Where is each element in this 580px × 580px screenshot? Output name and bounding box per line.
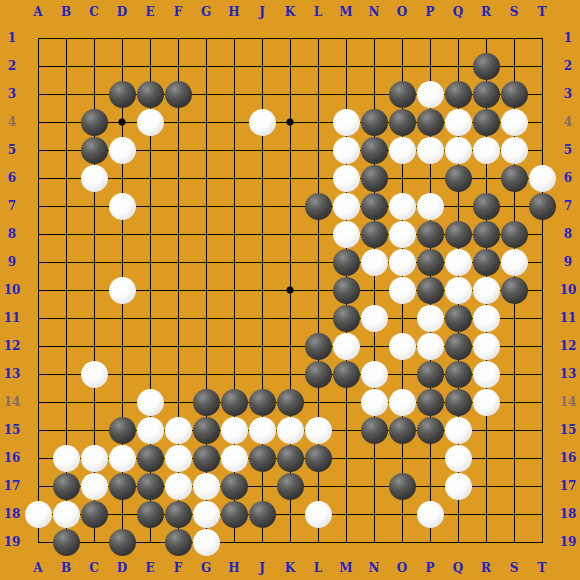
intersection-P10[interactable] — [416, 276, 444, 304]
intersection-L16[interactable] — [304, 444, 332, 472]
intersection-C14[interactable] — [80, 388, 108, 416]
intersection-P7[interactable] — [416, 192, 444, 220]
intersection-E8[interactable] — [136, 220, 164, 248]
intersection-E6[interactable] — [136, 164, 164, 192]
intersection-N1[interactable] — [360, 24, 388, 52]
intersection-O5[interactable] — [388, 136, 416, 164]
intersection-P17[interactable] — [416, 472, 444, 500]
intersection-K11[interactable] — [276, 304, 304, 332]
intersection-C10[interactable] — [80, 276, 108, 304]
intersection-S5[interactable] — [500, 136, 528, 164]
intersection-T19[interactable] — [528, 528, 556, 556]
intersection-N12[interactable] — [360, 332, 388, 360]
intersection-L18[interactable] — [304, 500, 332, 528]
intersection-F3[interactable] — [164, 80, 192, 108]
intersection-Q13[interactable] — [444, 360, 472, 388]
intersection-E17[interactable] — [136, 472, 164, 500]
intersection-E2[interactable] — [136, 52, 164, 80]
intersection-H11[interactable] — [220, 304, 248, 332]
intersection-F14[interactable] — [164, 388, 192, 416]
intersection-G17[interactable] — [192, 472, 220, 500]
intersection-T14[interactable] — [528, 388, 556, 416]
intersection-F1[interactable] — [164, 24, 192, 52]
intersection-B12[interactable] — [52, 332, 80, 360]
intersection-Q8[interactable] — [444, 220, 472, 248]
intersection-F15[interactable] — [164, 416, 192, 444]
intersection-F4[interactable] — [164, 108, 192, 136]
intersection-H19[interactable] — [220, 528, 248, 556]
intersection-R3[interactable] — [472, 80, 500, 108]
intersection-R6[interactable] — [472, 164, 500, 192]
intersection-A9[interactable] — [24, 248, 52, 276]
intersection-F18[interactable] — [164, 500, 192, 528]
intersection-M8[interactable] — [332, 220, 360, 248]
intersection-J19[interactable] — [248, 528, 276, 556]
intersection-B11[interactable] — [52, 304, 80, 332]
intersection-E5[interactable] — [136, 136, 164, 164]
intersection-K14[interactable] — [276, 388, 304, 416]
intersection-E16[interactable] — [136, 444, 164, 472]
intersection-A13[interactable] — [24, 360, 52, 388]
intersection-B15[interactable] — [52, 416, 80, 444]
intersection-M19[interactable] — [332, 528, 360, 556]
intersection-L15[interactable] — [304, 416, 332, 444]
intersection-N16[interactable] — [360, 444, 388, 472]
intersection-Q15[interactable] — [444, 416, 472, 444]
intersection-C16[interactable] — [80, 444, 108, 472]
intersection-E11[interactable] — [136, 304, 164, 332]
intersection-Q11[interactable] — [444, 304, 472, 332]
intersection-R17[interactable] — [472, 472, 500, 500]
intersection-P1[interactable] — [416, 24, 444, 52]
intersection-B19[interactable] — [52, 528, 80, 556]
intersection-M18[interactable] — [332, 500, 360, 528]
intersection-Q10[interactable] — [444, 276, 472, 304]
intersection-F17[interactable] — [164, 472, 192, 500]
intersection-O15[interactable] — [388, 416, 416, 444]
intersection-A6[interactable] — [24, 164, 52, 192]
intersection-E3[interactable] — [136, 80, 164, 108]
intersection-O16[interactable] — [388, 444, 416, 472]
intersection-K19[interactable] — [276, 528, 304, 556]
intersection-L6[interactable] — [304, 164, 332, 192]
intersection-O19[interactable] — [388, 528, 416, 556]
intersection-T18[interactable] — [528, 500, 556, 528]
intersection-O8[interactable] — [388, 220, 416, 248]
intersection-T11[interactable] — [528, 304, 556, 332]
intersection-S7[interactable] — [500, 192, 528, 220]
intersection-G13[interactable] — [192, 360, 220, 388]
intersection-C1[interactable] — [80, 24, 108, 52]
intersection-P4[interactable] — [416, 108, 444, 136]
intersection-N7[interactable] — [360, 192, 388, 220]
intersection-F16[interactable] — [164, 444, 192, 472]
intersection-H3[interactable] — [220, 80, 248, 108]
intersection-G7[interactable] — [192, 192, 220, 220]
intersection-H5[interactable] — [220, 136, 248, 164]
intersection-K5[interactable] — [276, 136, 304, 164]
intersection-A2[interactable] — [24, 52, 52, 80]
intersection-P19[interactable] — [416, 528, 444, 556]
intersection-A12[interactable] — [24, 332, 52, 360]
intersection-P11[interactable] — [416, 304, 444, 332]
intersection-P5[interactable] — [416, 136, 444, 164]
intersection-K16[interactable] — [276, 444, 304, 472]
intersection-C7[interactable] — [80, 192, 108, 220]
intersection-B18[interactable] — [52, 500, 80, 528]
intersection-M9[interactable] — [332, 248, 360, 276]
intersection-M1[interactable] — [332, 24, 360, 52]
intersection-M10[interactable] — [332, 276, 360, 304]
intersection-H13[interactable] — [220, 360, 248, 388]
intersection-D6[interactable] — [108, 164, 136, 192]
intersection-P15[interactable] — [416, 416, 444, 444]
intersection-B4[interactable] — [52, 108, 80, 136]
intersection-N3[interactable] — [360, 80, 388, 108]
intersection-R9[interactable] — [472, 248, 500, 276]
intersection-L19[interactable] — [304, 528, 332, 556]
intersection-J15[interactable] — [248, 416, 276, 444]
intersection-A14[interactable] — [24, 388, 52, 416]
intersection-K18[interactable] — [276, 500, 304, 528]
intersection-A10[interactable] — [24, 276, 52, 304]
intersection-O13[interactable] — [388, 360, 416, 388]
intersection-S12[interactable] — [500, 332, 528, 360]
intersection-T6[interactable] — [528, 164, 556, 192]
intersection-C4[interactable] — [80, 108, 108, 136]
intersection-A3[interactable] — [24, 80, 52, 108]
intersection-J9[interactable] — [248, 248, 276, 276]
intersection-J11[interactable] — [248, 304, 276, 332]
intersection-F9[interactable] — [164, 248, 192, 276]
intersection-E7[interactable] — [136, 192, 164, 220]
intersection-F5[interactable] — [164, 136, 192, 164]
intersection-R1[interactable] — [472, 24, 500, 52]
intersection-D18[interactable] — [108, 500, 136, 528]
intersection-O12[interactable] — [388, 332, 416, 360]
intersection-G6[interactable] — [192, 164, 220, 192]
intersection-H9[interactable] — [220, 248, 248, 276]
intersection-G8[interactable] — [192, 220, 220, 248]
intersection-N13[interactable] — [360, 360, 388, 388]
intersection-Q4[interactable] — [444, 108, 472, 136]
intersection-S19[interactable] — [500, 528, 528, 556]
intersection-G16[interactable] — [192, 444, 220, 472]
intersection-J12[interactable] — [248, 332, 276, 360]
intersection-J3[interactable] — [248, 80, 276, 108]
intersection-O2[interactable] — [388, 52, 416, 80]
intersection-J13[interactable] — [248, 360, 276, 388]
intersection-K2[interactable] — [276, 52, 304, 80]
intersection-P2[interactable] — [416, 52, 444, 80]
intersection-H6[interactable] — [220, 164, 248, 192]
intersection-G5[interactable] — [192, 136, 220, 164]
intersection-C19[interactable] — [80, 528, 108, 556]
intersection-L8[interactable] — [304, 220, 332, 248]
intersection-J14[interactable] — [248, 388, 276, 416]
intersection-E1[interactable] — [136, 24, 164, 52]
intersection-G10[interactable] — [192, 276, 220, 304]
intersection-E14[interactable] — [136, 388, 164, 416]
intersection-H12[interactable] — [220, 332, 248, 360]
intersection-O4[interactable] — [388, 108, 416, 136]
intersection-F7[interactable] — [164, 192, 192, 220]
intersection-K8[interactable] — [276, 220, 304, 248]
intersection-D7[interactable] — [108, 192, 136, 220]
intersection-E12[interactable] — [136, 332, 164, 360]
intersection-M2[interactable] — [332, 52, 360, 80]
intersection-P9[interactable] — [416, 248, 444, 276]
intersection-C5[interactable] — [80, 136, 108, 164]
intersection-D17[interactable] — [108, 472, 136, 500]
intersection-J18[interactable] — [248, 500, 276, 528]
intersection-H14[interactable] — [220, 388, 248, 416]
intersection-A19[interactable] — [24, 528, 52, 556]
intersection-P18[interactable] — [416, 500, 444, 528]
intersection-C2[interactable] — [80, 52, 108, 80]
intersection-T12[interactable] — [528, 332, 556, 360]
intersection-T15[interactable] — [528, 416, 556, 444]
intersection-K6[interactable] — [276, 164, 304, 192]
intersection-A1[interactable] — [24, 24, 52, 52]
intersection-T9[interactable] — [528, 248, 556, 276]
intersection-M16[interactable] — [332, 444, 360, 472]
intersection-R18[interactable] — [472, 500, 500, 528]
intersection-F8[interactable] — [164, 220, 192, 248]
intersection-S18[interactable] — [500, 500, 528, 528]
intersection-F11[interactable] — [164, 304, 192, 332]
intersection-R14[interactable] — [472, 388, 500, 416]
intersection-M14[interactable] — [332, 388, 360, 416]
intersection-S16[interactable] — [500, 444, 528, 472]
intersection-G12[interactable] — [192, 332, 220, 360]
intersection-K13[interactable] — [276, 360, 304, 388]
intersection-S6[interactable] — [500, 164, 528, 192]
intersection-K3[interactable] — [276, 80, 304, 108]
intersection-D10[interactable] — [108, 276, 136, 304]
intersection-R16[interactable] — [472, 444, 500, 472]
intersection-T3[interactable] — [528, 80, 556, 108]
intersection-A18[interactable] — [24, 500, 52, 528]
intersection-D4[interactable] — [108, 108, 136, 136]
intersection-N5[interactable] — [360, 136, 388, 164]
intersection-S17[interactable] — [500, 472, 528, 500]
intersection-O14[interactable] — [388, 388, 416, 416]
intersection-S3[interactable] — [500, 80, 528, 108]
intersection-O10[interactable] — [388, 276, 416, 304]
intersection-N8[interactable] — [360, 220, 388, 248]
intersection-J1[interactable] — [248, 24, 276, 52]
intersection-A15[interactable] — [24, 416, 52, 444]
intersection-B9[interactable] — [52, 248, 80, 276]
intersection-E10[interactable] — [136, 276, 164, 304]
intersection-G15[interactable] — [192, 416, 220, 444]
intersection-L10[interactable] — [304, 276, 332, 304]
intersection-L2[interactable] — [304, 52, 332, 80]
intersection-D3[interactable] — [108, 80, 136, 108]
intersection-J16[interactable] — [248, 444, 276, 472]
intersection-Q16[interactable] — [444, 444, 472, 472]
intersection-N17[interactable] — [360, 472, 388, 500]
intersection-F13[interactable] — [164, 360, 192, 388]
intersection-Q12[interactable] — [444, 332, 472, 360]
intersection-B17[interactable] — [52, 472, 80, 500]
intersection-L3[interactable] — [304, 80, 332, 108]
intersection-K12[interactable] — [276, 332, 304, 360]
intersection-J5[interactable] — [248, 136, 276, 164]
intersection-C3[interactable] — [80, 80, 108, 108]
intersection-L12[interactable] — [304, 332, 332, 360]
intersection-N14[interactable] — [360, 388, 388, 416]
intersection-D1[interactable] — [108, 24, 136, 52]
intersection-B5[interactable] — [52, 136, 80, 164]
intersection-B2[interactable] — [52, 52, 80, 80]
intersection-M5[interactable] — [332, 136, 360, 164]
intersection-S1[interactable] — [500, 24, 528, 52]
intersection-B16[interactable] — [52, 444, 80, 472]
intersection-N19[interactable] — [360, 528, 388, 556]
intersection-K7[interactable] — [276, 192, 304, 220]
intersection-L17[interactable] — [304, 472, 332, 500]
intersection-C13[interactable] — [80, 360, 108, 388]
intersection-P13[interactable] — [416, 360, 444, 388]
intersection-B6[interactable] — [52, 164, 80, 192]
intersection-B1[interactable] — [52, 24, 80, 52]
intersection-L1[interactable] — [304, 24, 332, 52]
intersection-N15[interactable] — [360, 416, 388, 444]
intersection-R7[interactable] — [472, 192, 500, 220]
intersection-A7[interactable] — [24, 192, 52, 220]
intersection-R8[interactable] — [472, 220, 500, 248]
intersection-H7[interactable] — [220, 192, 248, 220]
intersection-C8[interactable] — [80, 220, 108, 248]
intersection-A17[interactable] — [24, 472, 52, 500]
intersection-P8[interactable] — [416, 220, 444, 248]
intersection-D19[interactable] — [108, 528, 136, 556]
intersection-N11[interactable] — [360, 304, 388, 332]
intersection-E19[interactable] — [136, 528, 164, 556]
intersection-Q2[interactable] — [444, 52, 472, 80]
intersection-O18[interactable] — [388, 500, 416, 528]
intersection-L9[interactable] — [304, 248, 332, 276]
intersection-O7[interactable] — [388, 192, 416, 220]
intersection-N6[interactable] — [360, 164, 388, 192]
intersection-G18[interactable] — [192, 500, 220, 528]
intersection-M17[interactable] — [332, 472, 360, 500]
intersection-G19[interactable] — [192, 528, 220, 556]
intersection-M3[interactable] — [332, 80, 360, 108]
intersection-R11[interactable] — [472, 304, 500, 332]
intersection-P12[interactable] — [416, 332, 444, 360]
intersection-Q6[interactable] — [444, 164, 472, 192]
intersection-L7[interactable] — [304, 192, 332, 220]
intersection-S14[interactable] — [500, 388, 528, 416]
intersection-N10[interactable] — [360, 276, 388, 304]
intersection-H8[interactable] — [220, 220, 248, 248]
intersection-R12[interactable] — [472, 332, 500, 360]
intersection-M15[interactable] — [332, 416, 360, 444]
intersection-N18[interactable] — [360, 500, 388, 528]
intersection-F10[interactable] — [164, 276, 192, 304]
intersection-D2[interactable] — [108, 52, 136, 80]
intersection-G3[interactable] — [192, 80, 220, 108]
intersection-R19[interactable] — [472, 528, 500, 556]
intersection-K10[interactable] — [276, 276, 304, 304]
intersection-T2[interactable] — [528, 52, 556, 80]
intersection-D13[interactable] — [108, 360, 136, 388]
intersection-M4[interactable] — [332, 108, 360, 136]
intersection-H10[interactable] — [220, 276, 248, 304]
intersection-K17[interactable] — [276, 472, 304, 500]
intersection-H2[interactable] — [220, 52, 248, 80]
intersection-Q9[interactable] — [444, 248, 472, 276]
intersection-Q19[interactable] — [444, 528, 472, 556]
intersection-F2[interactable] — [164, 52, 192, 80]
intersection-J17[interactable] — [248, 472, 276, 500]
intersection-M13[interactable] — [332, 360, 360, 388]
intersection-P6[interactable] — [416, 164, 444, 192]
intersection-B14[interactable] — [52, 388, 80, 416]
intersection-M12[interactable] — [332, 332, 360, 360]
intersection-G4[interactable] — [192, 108, 220, 136]
intersection-S10[interactable] — [500, 276, 528, 304]
intersection-P14[interactable] — [416, 388, 444, 416]
intersection-S9[interactable] — [500, 248, 528, 276]
intersection-D15[interactable] — [108, 416, 136, 444]
intersection-J10[interactable] — [248, 276, 276, 304]
intersection-N4[interactable] — [360, 108, 388, 136]
intersection-D8[interactable] — [108, 220, 136, 248]
intersection-R13[interactable] — [472, 360, 500, 388]
intersection-O3[interactable] — [388, 80, 416, 108]
intersection-Q5[interactable] — [444, 136, 472, 164]
intersection-E13[interactable] — [136, 360, 164, 388]
intersection-Q18[interactable] — [444, 500, 472, 528]
intersection-F19[interactable] — [164, 528, 192, 556]
intersection-A5[interactable] — [24, 136, 52, 164]
intersection-K1[interactable] — [276, 24, 304, 52]
intersection-E18[interactable] — [136, 500, 164, 528]
intersection-S2[interactable] — [500, 52, 528, 80]
intersection-H17[interactable] — [220, 472, 248, 500]
intersection-T5[interactable] — [528, 136, 556, 164]
intersection-M11[interactable] — [332, 304, 360, 332]
intersection-Q14[interactable] — [444, 388, 472, 416]
intersection-S15[interactable] — [500, 416, 528, 444]
intersection-T13[interactable] — [528, 360, 556, 388]
intersection-R2[interactable] — [472, 52, 500, 80]
intersection-T4[interactable] — [528, 108, 556, 136]
intersection-L11[interactable] — [304, 304, 332, 332]
intersection-H16[interactable] — [220, 444, 248, 472]
intersection-B10[interactable] — [52, 276, 80, 304]
intersection-L4[interactable] — [304, 108, 332, 136]
intersection-G11[interactable] — [192, 304, 220, 332]
intersection-M7[interactable] — [332, 192, 360, 220]
intersection-Q1[interactable] — [444, 24, 472, 52]
intersection-D16[interactable] — [108, 444, 136, 472]
intersection-J2[interactable] — [248, 52, 276, 80]
intersection-H18[interactable] — [220, 500, 248, 528]
intersection-O6[interactable] — [388, 164, 416, 192]
intersection-Q17[interactable] — [444, 472, 472, 500]
intersection-C6[interactable] — [80, 164, 108, 192]
intersection-H1[interactable] — [220, 24, 248, 52]
intersection-S11[interactable] — [500, 304, 528, 332]
intersection-D9[interactable] — [108, 248, 136, 276]
intersection-R10[interactable] — [472, 276, 500, 304]
intersection-C9[interactable] — [80, 248, 108, 276]
